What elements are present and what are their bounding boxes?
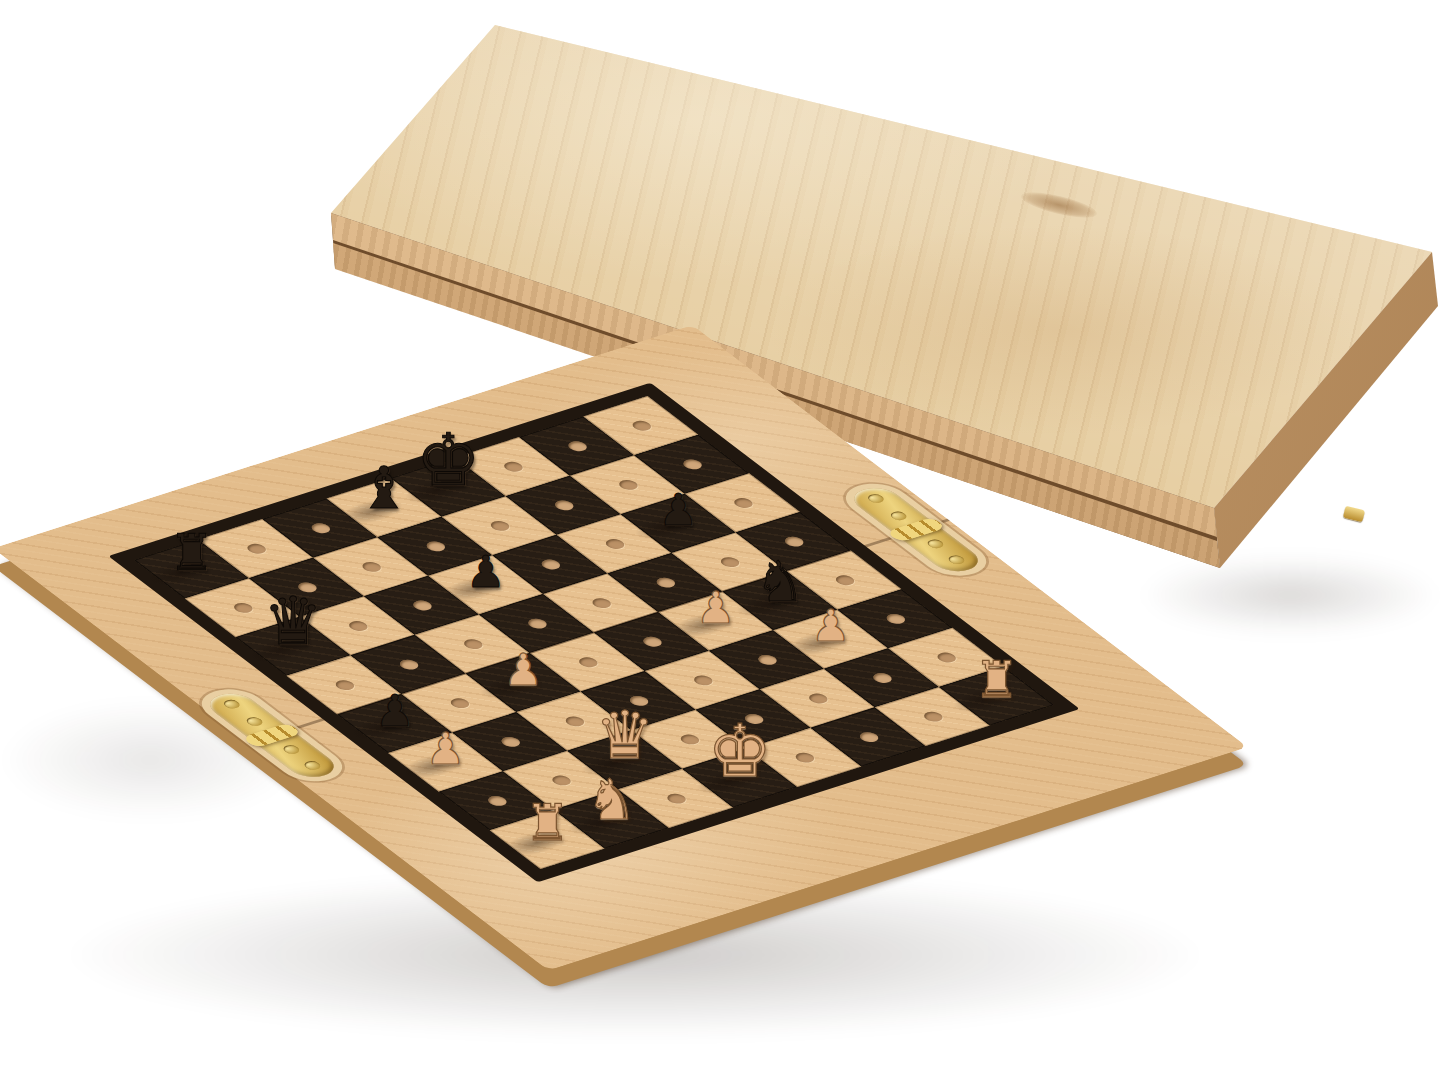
screw-icon	[221, 699, 243, 710]
queen-glyph: ♛	[595, 703, 654, 769]
pawn-glyph: ♟	[375, 689, 414, 733]
rook-glyph: ♜	[525, 798, 570, 848]
rook-glyph: ♜	[974, 655, 1019, 705]
pawn-glyph: ♟	[503, 648, 542, 692]
knight-glyph: ♞	[586, 772, 636, 828]
pawn-glyph: ♟	[696, 586, 735, 630]
bishop-glyph: ♝	[358, 459, 410, 517]
knight-glyph: ♞	[755, 554, 805, 610]
pawn-glyph: ♟	[466, 550, 505, 594]
hinge-knuckle	[886, 517, 946, 542]
product-photo-scene: ♜♝♚♛♟♟♟♟♟♞♟♟♛♜♞♚♜	[0, 0, 1445, 1089]
screw-icon	[244, 716, 266, 727]
screw-icon	[865, 493, 887, 504]
screw-icon	[280, 744, 302, 755]
queen-glyph: ♛	[264, 589, 323, 655]
pawn-glyph: ♟	[659, 488, 698, 532]
king-glyph: ♚	[707, 715, 772, 787]
hinge-knuckle	[242, 723, 302, 748]
screw-icon	[946, 554, 968, 565]
screw-icon	[925, 538, 947, 549]
screw-icon	[301, 760, 323, 771]
box-hinge-icon	[1343, 506, 1365, 522]
pawn-glyph: ♟	[426, 727, 465, 771]
rook-glyph: ♜	[169, 528, 214, 578]
king-glyph: ♚	[416, 424, 481, 496]
pawn-glyph: ♟	[811, 604, 850, 648]
screw-icon	[888, 510, 910, 521]
